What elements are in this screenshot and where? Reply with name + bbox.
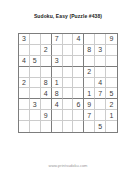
cell-r3c7 [84, 56, 95, 67]
cell-r7c6: 6 [73, 99, 84, 110]
cell-r2c2 [30, 45, 41, 56]
cell-r3c5 [63, 56, 74, 67]
cell-r7c5 [63, 99, 74, 110]
cell-r8c1 [19, 110, 30, 121]
cell-r5c2 [30, 78, 41, 89]
cell-r7c4: 4 [52, 99, 63, 110]
cell-r9c3 [41, 121, 52, 132]
cell-r9c5 [63, 121, 74, 132]
cell-r9c7 [84, 121, 95, 132]
cell-r7c8 [95, 99, 106, 110]
cell-r9c6 [73, 121, 84, 132]
cell-r8c8 [95, 110, 106, 121]
cell-r6c3: 4 [41, 88, 52, 99]
cell-r2c3: 2 [41, 45, 52, 56]
cell-r6c8: 7 [95, 88, 106, 99]
sudoku-grid: 37492834532281448175346929715 [18, 33, 118, 133]
cell-r5c7 [84, 78, 95, 89]
cell-r9c2 [30, 121, 41, 132]
cell-r8c9: 1 [106, 110, 117, 121]
cell-r1c5 [63, 34, 74, 45]
cell-r8c6 [73, 110, 84, 121]
cell-r5c9 [106, 78, 117, 89]
cell-r3c8 [95, 56, 106, 67]
cell-r3c9 [106, 56, 117, 67]
cell-r4c7: 2 [84, 67, 95, 78]
cell-r5c1: 2 [19, 78, 30, 89]
cell-r2c6 [73, 45, 84, 56]
cell-r4c1 [19, 67, 30, 78]
cell-r8c2 [30, 110, 41, 121]
cell-r7c2: 3 [30, 99, 41, 110]
cell-r9c4 [52, 121, 63, 132]
cell-r6c6 [73, 88, 84, 99]
cell-r2c1 [19, 45, 30, 56]
cell-r8c5 [63, 110, 74, 121]
cell-r3c3 [41, 56, 52, 67]
cell-r4c4 [52, 67, 63, 78]
cell-r3c4: 3 [52, 56, 63, 67]
cell-r3c1: 4 [19, 56, 30, 67]
cell-r2c9 [106, 45, 117, 56]
cell-r4c6 [73, 67, 84, 78]
cell-r1c4: 7 [52, 34, 63, 45]
cell-r1c9: 9 [106, 34, 117, 45]
cell-r4c5 [63, 67, 74, 78]
cell-r6c7: 1 [84, 88, 95, 99]
cell-r4c2 [30, 67, 41, 78]
cell-r6c2 [30, 88, 41, 99]
cell-r3c2: 5 [30, 56, 41, 67]
cell-r1c3 [41, 34, 52, 45]
cell-r5c5 [63, 78, 74, 89]
cell-r6c1 [19, 88, 30, 99]
cell-r2c8: 3 [95, 45, 106, 56]
cell-r7c3 [41, 99, 52, 110]
cell-r1c6: 4 [73, 34, 84, 45]
cell-r5c3: 8 [41, 78, 52, 89]
cell-r1c7 [84, 34, 95, 45]
cell-r8c3: 9 [41, 110, 52, 121]
cell-r1c1: 3 [19, 34, 30, 45]
cell-r7c7: 9 [84, 99, 95, 110]
cell-r4c3 [41, 67, 52, 78]
cell-r9c8: 5 [95, 121, 106, 132]
cell-r4c8 [95, 67, 106, 78]
cell-r2c7: 8 [84, 45, 95, 56]
cell-r9c1 [19, 121, 30, 132]
cell-r2c4 [52, 45, 63, 56]
footer-url: www.printsudoku.com [0, 163, 136, 168]
cell-r6c4: 8 [52, 88, 63, 99]
cell-r7c9: 2 [106, 99, 117, 110]
page-title: Sudoku, Easy (Puzzle #438) [0, 13, 136, 19]
cell-r1c2 [30, 34, 41, 45]
cell-r2c5 [63, 45, 74, 56]
cell-r6c9: 5 [106, 88, 117, 99]
cell-r5c4: 1 [52, 78, 63, 89]
cell-r4c9 [106, 67, 117, 78]
cell-r9c9 [106, 121, 117, 132]
cell-r3c6 [73, 56, 84, 67]
cell-r5c8: 4 [95, 78, 106, 89]
cell-r7c1 [19, 99, 30, 110]
cell-r8c4 [52, 110, 63, 121]
cell-r8c7: 7 [84, 110, 95, 121]
cell-r1c8 [95, 34, 106, 45]
cell-r5c6 [73, 78, 84, 89]
cell-r6c5 [63, 88, 74, 99]
